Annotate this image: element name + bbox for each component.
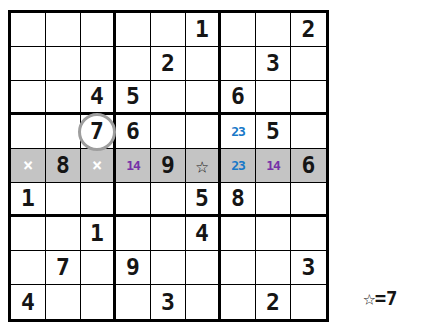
cell-value: 3 [161, 291, 175, 314]
cell-r7c6[interactable]: 4 [186, 217, 221, 251]
cell-r2c1[interactable] [11, 47, 46, 81]
cell-r1c2[interactable] [46, 13, 81, 47]
sudoku-grid: 122345676235×8×149☆2314615814793432 [8, 10, 329, 322]
cell-r2c4[interactable] [116, 47, 151, 81]
cell-r4c1[interactable] [11, 115, 46, 149]
cell-r8c6[interactable] [186, 251, 221, 285]
cell-r9c9[interactable] [291, 285, 326, 319]
cell-r5c1[interactable]: × [11, 149, 46, 183]
cell-r9c8[interactable]: 2 [256, 285, 291, 319]
star-legend: ☆=7 [363, 288, 398, 309]
cell-value: 1 [21, 187, 35, 210]
cell-value: 1 [195, 18, 209, 41]
cell-value: ☆ [195, 155, 208, 177]
cell-r9c3[interactable] [81, 285, 116, 319]
cell-r3c2[interactable] [46, 81, 81, 115]
cell-r1c8[interactable] [256, 13, 291, 47]
cell-r2c6[interactable] [186, 47, 221, 81]
cell-value: 8 [56, 154, 70, 177]
cell-r7c4[interactable] [116, 217, 151, 251]
cell-r3c5[interactable] [151, 81, 186, 115]
cell-value: 7 [56, 256, 70, 279]
cell-r6c3[interactable] [81, 183, 116, 217]
cell-value: 2 [161, 52, 175, 75]
cell-r7c3[interactable]: 1 [81, 217, 116, 251]
cell-r8c7[interactable] [221, 251, 256, 285]
cell-value: 4 [195, 222, 209, 245]
cell-r1c1[interactable] [11, 13, 46, 47]
cell-r9c1[interactable]: 4 [11, 285, 46, 319]
cell-r6c7[interactable]: 8 [221, 183, 256, 217]
cell-r3c3[interactable]: 4 [81, 81, 116, 115]
cell-r5c4[interactable]: 14 [116, 149, 151, 183]
cell-r4c2[interactable] [46, 115, 81, 149]
cell-r8c3[interactable] [81, 251, 116, 285]
cell-r5c3[interactable]: × [81, 149, 116, 183]
cell-r5c5[interactable]: 9 [151, 149, 186, 183]
cell-r1c5[interactable] [151, 13, 186, 47]
cell-r3c9[interactable] [291, 81, 326, 115]
cell-r2c9[interactable] [291, 47, 326, 81]
cell-r7c9[interactable] [291, 217, 326, 251]
cell-value: 2 [266, 291, 280, 314]
cell-value: 6 [231, 85, 245, 108]
cell-r7c7[interactable] [221, 217, 256, 251]
cell-r1c9[interactable]: 2 [291, 13, 326, 47]
cell-value: × [23, 157, 33, 174]
cell-value: 14 [126, 159, 140, 172]
cell-value: 9 [161, 154, 175, 177]
cell-r2c7[interactable] [221, 47, 256, 81]
cell-r3c8[interactable] [256, 81, 291, 115]
cell-r1c3[interactable] [81, 13, 116, 47]
cell-r2c8[interactable]: 3 [256, 47, 291, 81]
cell-r8c2[interactable]: 7 [46, 251, 81, 285]
cell-value: × [92, 157, 102, 174]
cell-r3c4[interactable]: 5 [116, 81, 151, 115]
cell-r3c7[interactable]: 6 [221, 81, 256, 115]
cell-r1c6[interactable]: 1 [186, 13, 221, 47]
cell-r4c3[interactable]: 7 [81, 115, 116, 149]
cell-r3c6[interactable] [186, 81, 221, 115]
cell-value: 5 [195, 187, 209, 210]
cell-r6c8[interactable] [256, 183, 291, 217]
cell-r7c1[interactable] [11, 217, 46, 251]
cell-r5c9[interactable]: 6 [291, 149, 326, 183]
cell-r5c6[interactable]: ☆ [186, 149, 221, 183]
cell-r4c5[interactable] [151, 115, 186, 149]
cell-value: 3 [302, 256, 316, 279]
cell-value: 5 [266, 120, 280, 143]
cell-r2c5[interactable]: 2 [151, 47, 186, 81]
cell-r8c8[interactable] [256, 251, 291, 285]
cell-value: 23 [231, 159, 245, 172]
cell-r6c9[interactable] [291, 183, 326, 217]
cell-r7c5[interactable] [151, 217, 186, 251]
cell-r4c7[interactable]: 23 [221, 115, 256, 149]
cell-value: 4 [90, 85, 104, 108]
cell-r8c1[interactable] [11, 251, 46, 285]
cell-r6c1[interactable]: 1 [11, 183, 46, 217]
star-legend-text: =7 [375, 289, 398, 308]
cell-value: 14 [266, 159, 280, 172]
cell-value: 6 [126, 120, 140, 143]
cell-r5c2[interactable]: 8 [46, 149, 81, 183]
cell-r9c2[interactable] [46, 285, 81, 319]
cell-value: 7 [90, 120, 104, 143]
cell-value: 2 [302, 18, 316, 41]
cell-r9c7[interactable] [221, 285, 256, 319]
cell-r6c2[interactable] [46, 183, 81, 217]
cell-value: 8 [231, 187, 245, 210]
cell-r9c4[interactable] [116, 285, 151, 319]
cell-r3c1[interactable] [11, 81, 46, 115]
cell-r9c6[interactable] [186, 285, 221, 319]
cell-value: 3 [266, 52, 280, 75]
cell-r6c5[interactable] [151, 183, 186, 217]
cell-value: 23 [231, 125, 245, 138]
cell-value: 5 [126, 85, 140, 108]
cell-r4c6[interactable] [186, 115, 221, 149]
sudoku-board: 122345676235×8×149☆2314615814793432 ☆=7 [0, 0, 441, 336]
cell-r5c7[interactable]: 23 [221, 149, 256, 183]
cell-r5c8[interactable]: 14 [256, 149, 291, 183]
cell-r1c4[interactable] [116, 13, 151, 47]
cell-r4c8[interactable]: 5 [256, 115, 291, 149]
cell-r6c4[interactable] [116, 183, 151, 217]
cell-r2c2[interactable] [46, 47, 81, 81]
cell-r2c3[interactable] [81, 47, 116, 81]
cell-value: 4 [21, 291, 35, 314]
cell-value: 9 [126, 256, 140, 279]
cell-value: 6 [302, 154, 316, 177]
cell-r6c6[interactable]: 5 [186, 183, 221, 217]
cell-r7c2[interactable] [46, 217, 81, 251]
cell-r4c4[interactable]: 6 [116, 115, 151, 149]
cell-value: 1 [90, 222, 104, 245]
cell-r4c9[interactable] [291, 115, 326, 149]
cell-r1c7[interactable] [221, 13, 256, 47]
cell-r8c5[interactable] [151, 251, 186, 285]
cell-r8c9[interactable]: 3 [291, 251, 326, 285]
cell-r7c8[interactable] [256, 217, 291, 251]
cell-r8c4[interactable]: 9 [116, 251, 151, 285]
cell-r9c5[interactable]: 3 [151, 285, 186, 319]
